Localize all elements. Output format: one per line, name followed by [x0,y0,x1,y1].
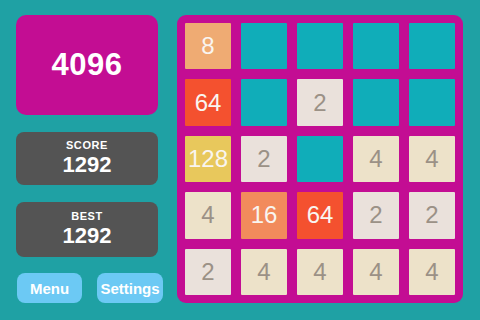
empty-cell-r1c3 [297,23,343,69]
tile-2-r2c3: 2 [297,79,343,125]
best-label: BEST [71,210,103,222]
tile-4-r3c4: 4 [353,136,399,182]
tile-4-r5c4: 4 [353,249,399,295]
empty-cell-r2c2 [241,79,287,125]
tile-64-r4c3: 64 [297,192,343,238]
menu-button[interactable]: Menu [17,273,82,303]
tile-64-r2c1: 64 [185,79,231,125]
tile-4-r3c5: 4 [409,136,455,182]
score-value: 1292 [63,152,112,178]
best-value: 1292 [63,223,112,249]
score-card: SCORE 1292 [16,132,158,185]
page-title: 4096 [52,47,123,83]
best-card: BEST 1292 [16,202,158,257]
tile-4-r5c5: 4 [409,249,455,295]
game-title-card: 4096 [16,15,158,115]
empty-cell-r1c4 [353,23,399,69]
empty-cell-r2c4 [353,79,399,125]
tile-4-r5c2: 4 [241,249,287,295]
empty-cell-r2c5 [409,79,455,125]
tile-2-r4c5: 2 [409,192,455,238]
tile-2-r3c2: 2 [241,136,287,182]
empty-cell-r1c2 [241,23,287,69]
tile-2-r5c1: 2 [185,249,231,295]
settings-button[interactable]: Settings [97,273,163,303]
tile-128-r3c1: 128 [185,136,231,182]
game-board[interactable]: 8642128244416642224444 [177,15,463,303]
empty-cell-r1c5 [409,23,455,69]
score-label: SCORE [66,139,108,151]
tile-2-r4c4: 2 [353,192,399,238]
tile-8-r1c1: 8 [185,23,231,69]
tile-4-r5c3: 4 [297,249,343,295]
tile-16-r4c2: 16 [241,192,287,238]
tile-4-r4c1: 4 [185,192,231,238]
empty-cell-r3c3 [297,136,343,182]
